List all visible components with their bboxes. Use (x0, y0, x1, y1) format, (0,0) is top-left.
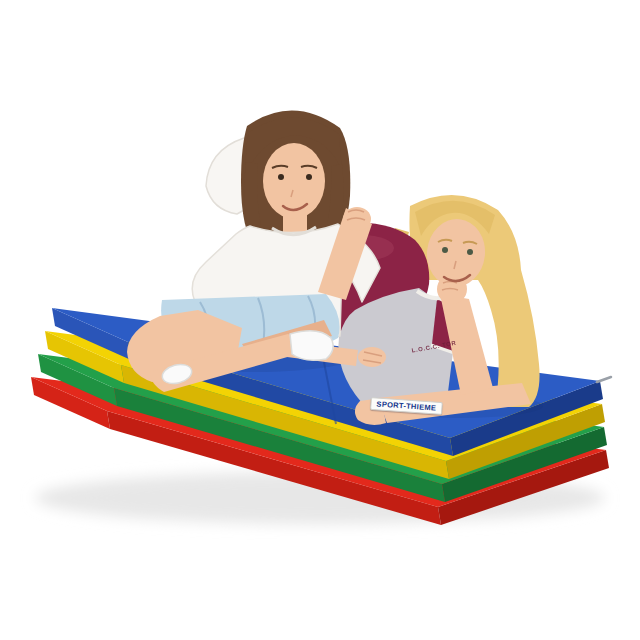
right-girl-eye-right (467, 249, 473, 255)
scene-illustration (0, 0, 640, 640)
product-photo-scene: SPORT-THIEME L.O.C.C. TOR (0, 0, 640, 640)
left-girl-face (263, 143, 325, 219)
left-girl (127, 110, 386, 392)
left-girl-eye-right (306, 174, 312, 180)
left-girl-right-sock (290, 331, 333, 360)
left-girl-eye-left (278, 174, 284, 180)
left-girl-left-hand (358, 347, 386, 367)
right-girl-eye-left (442, 247, 448, 253)
mat-fastening-hook (597, 377, 611, 382)
